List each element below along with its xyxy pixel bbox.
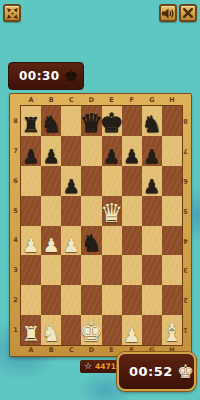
square-g1[interactable]	[142, 315, 162, 345]
square-h7[interactable]	[162, 136, 182, 166]
rank-label-8: 8	[11, 106, 20, 136]
square-b1[interactable]: ♞	[41, 315, 61, 345]
file-label-d: D	[81, 95, 101, 105]
stopwatch-icon	[14, 69, 15, 84]
square-f1[interactable]: ♟	[122, 315, 142, 345]
fullscreen-expand-icon	[7, 8, 18, 19]
file-label-f: F	[122, 95, 142, 105]
square-b5[interactable]	[41, 196, 61, 226]
piece-bP-g6[interactable]: ♟	[143, 177, 160, 196]
square-d6[interactable]	[81, 166, 101, 196]
piece-wP-a4[interactable]: ♟	[23, 236, 40, 255]
file-label-g: G	[142, 95, 162, 105]
piece-wP-c4[interactable]: ♟	[63, 236, 80, 255]
square-d4[interactable]: ♞	[81, 226, 101, 256]
rank-label-2: 2	[11, 285, 20, 315]
close-button[interactable]	[179, 4, 197, 22]
square-f6[interactable]	[122, 166, 142, 196]
white-king-icon: ♚	[177, 362, 194, 381]
square-e2[interactable]	[102, 285, 122, 315]
rank-label-6: 6	[11, 166, 20, 196]
piece-bP-a7[interactable]: ♟	[23, 147, 40, 166]
square-c2[interactable]	[61, 285, 81, 315]
square-b3[interactable]	[41, 255, 61, 285]
board-squares: ♜♞♛♚♞♟♟♟♟♟♟♟♛♟♟♟♞♜♞♚♟♝	[21, 106, 182, 345]
square-b4[interactable]: ♟	[41, 226, 61, 256]
rank-label-5: 5	[11, 196, 20, 226]
piece-bK-e8[interactable]: ♚	[99, 109, 123, 136]
square-h4[interactable]	[162, 226, 182, 256]
square-a2[interactable]	[21, 285, 41, 315]
square-h5[interactable]	[162, 196, 182, 226]
square-a3[interactable]	[21, 255, 41, 285]
square-f8[interactable]	[122, 106, 142, 136]
rank-labels-left: 87654321	[11, 106, 20, 345]
rank-label-4: 4	[11, 226, 20, 256]
piece-wP-f1[interactable]: ♟	[123, 326, 140, 345]
piece-wN-b1[interactable]: ♞	[41, 322, 62, 345]
chess-app-screen: 00:30 ♚ ABCDEFGH ABCDEFGH 87654321 87654…	[0, 0, 200, 400]
square-f2[interactable]	[122, 285, 142, 315]
file-label-a: A	[21, 95, 41, 105]
square-b8[interactable]: ♞	[41, 106, 61, 136]
rank-label-3: 3	[11, 255, 20, 285]
square-g7[interactable]: ♟	[142, 136, 162, 166]
black-timer-value: 00:30	[19, 69, 60, 83]
square-h6[interactable]	[162, 166, 182, 196]
square-f7[interactable]: ♟	[122, 136, 142, 166]
square-c7[interactable]	[61, 136, 81, 166]
speaker-icon	[162, 8, 174, 19]
file-label-b: B	[41, 95, 61, 105]
rank-label-6: 6	[181, 166, 190, 196]
square-e8[interactable]: ♚	[102, 106, 122, 136]
square-d5[interactable]	[81, 196, 101, 226]
volume-button[interactable]	[159, 4, 177, 22]
chess-board: ABCDEFGH ABCDEFGH 87654321 87654321 ♜♞♛♚…	[9, 93, 192, 357]
square-e6[interactable]	[102, 166, 122, 196]
square-a4[interactable]: ♟	[21, 226, 41, 256]
piece-wB-h1[interactable]: ♝	[161, 321, 183, 345]
square-c6[interactable]: ♟	[61, 166, 81, 196]
black-king-icon: ♚	[64, 68, 78, 84]
square-e1[interactable]	[102, 315, 122, 345]
square-c4[interactable]: ♟	[61, 226, 81, 256]
piece-bR-a8[interactable]: ♜	[22, 115, 41, 136]
rank-label-5: 5	[181, 196, 190, 226]
rank-label-7: 7	[11, 136, 20, 166]
piece-bP-c6[interactable]: ♟	[63, 177, 80, 196]
fullscreen-button[interactable]	[3, 4, 21, 22]
square-h1[interactable]: ♝	[162, 315, 182, 345]
square-a5[interactable]	[21, 196, 41, 226]
rank-label-3: 3	[181, 255, 190, 285]
rank-label-7: 7	[181, 136, 190, 166]
square-h3[interactable]	[162, 255, 182, 285]
square-a7[interactable]: ♟	[21, 136, 41, 166]
piece-wQ-e5[interactable]: ♛	[100, 200, 123, 226]
square-g5[interactable]	[142, 196, 162, 226]
square-c5[interactable]	[61, 196, 81, 226]
square-d1[interactable]: ♚	[81, 315, 101, 345]
square-a8[interactable]: ♜	[21, 106, 41, 136]
file-label-c: C	[61, 95, 81, 105]
square-a6[interactable]	[21, 166, 41, 196]
square-g3[interactable]	[142, 255, 162, 285]
square-g6[interactable]: ♟	[142, 166, 162, 196]
square-e3[interactable]	[102, 255, 122, 285]
square-b7[interactable]: ♟	[41, 136, 61, 166]
square-h2[interactable]	[162, 285, 182, 315]
square-d7[interactable]	[81, 136, 101, 166]
piece-bN-b8[interactable]: ♞	[41, 113, 62, 136]
square-f3[interactable]	[122, 255, 142, 285]
file-labels-top: ABCDEFGH	[21, 95, 182, 105]
square-a1[interactable]: ♜	[21, 315, 41, 345]
square-b6[interactable]	[41, 166, 61, 196]
piece-bN-d4[interactable]: ♞	[81, 232, 102, 255]
square-e7[interactable]: ♟	[102, 136, 122, 166]
piece-bP-b7[interactable]: ♟	[43, 147, 60, 166]
score-panel: ☆ 4471	[80, 360, 119, 373]
file-label-e: E	[102, 95, 122, 105]
square-e5[interactable]: ♛	[102, 196, 122, 226]
piece-bP-g7[interactable]: ♟	[143, 147, 160, 166]
rank-label-4: 4	[181, 226, 190, 256]
piece-wP-b4[interactable]: ♟	[43, 236, 60, 255]
piece-bP-f7[interactable]: ♟	[123, 147, 140, 166]
square-d2[interactable]	[81, 285, 101, 315]
white-timer-value: 00:52	[129, 364, 173, 379]
score-value: 4471	[95, 362, 116, 371]
square-d3[interactable]	[81, 255, 101, 285]
file-label-h: H	[162, 95, 182, 105]
piece-wR-a1[interactable]: ♜	[22, 324, 41, 345]
piece-bN-g8[interactable]: ♞	[142, 113, 163, 136]
square-f5[interactable]	[122, 196, 142, 226]
square-h8[interactable]	[162, 106, 182, 136]
rank-label-2: 2	[181, 285, 190, 315]
close-x-icon	[183, 8, 193, 18]
square-g4[interactable]	[142, 226, 162, 256]
rank-label-8: 8	[181, 106, 190, 136]
piece-bP-e7[interactable]: ♟	[103, 147, 120, 166]
piece-wK-d1[interactable]: ♚	[79, 318, 103, 345]
square-g2[interactable]	[142, 285, 162, 315]
square-b2[interactable]	[41, 285, 61, 315]
rank-label-1: 1	[11, 315, 20, 345]
rank-labels-right: 87654321	[181, 106, 190, 345]
square-f4[interactable]	[122, 226, 142, 256]
star-icon: ☆	[84, 362, 92, 371]
white-timer-panel: 00:52 ♚	[117, 352, 196, 391]
square-g8[interactable]: ♞	[142, 106, 162, 136]
square-c8[interactable]	[61, 106, 81, 136]
square-e4[interactable]	[102, 226, 122, 256]
black-timer-panel: 00:30 ♚	[8, 62, 84, 90]
square-c3[interactable]	[61, 255, 81, 285]
